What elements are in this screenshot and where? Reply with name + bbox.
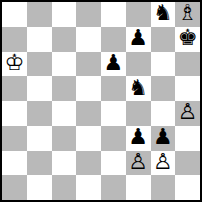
square-b7[interactable] xyxy=(27,27,52,52)
square-c6[interactable] xyxy=(52,52,77,77)
piece-black-pawn: ♟ xyxy=(153,126,173,148)
square-a1[interactable] xyxy=(2,175,27,200)
square-d3[interactable] xyxy=(76,126,101,151)
piece-black-pawn: ♟ xyxy=(128,27,148,49)
square-h7[interactable]: ♚ xyxy=(175,27,200,52)
square-e2[interactable] xyxy=(101,151,126,176)
square-e7[interactable] xyxy=(101,27,126,52)
square-g4[interactable] xyxy=(151,101,176,126)
square-b3[interactable] xyxy=(27,126,52,151)
square-b6[interactable] xyxy=(27,52,52,77)
square-b4[interactable] xyxy=(27,101,52,126)
square-c7[interactable] xyxy=(52,27,77,52)
square-h2[interactable] xyxy=(175,151,200,176)
square-b8[interactable] xyxy=(27,2,52,27)
square-b5[interactable] xyxy=(27,76,52,101)
piece-black-pawn: ♟ xyxy=(128,126,148,148)
square-c1[interactable] xyxy=(52,175,77,200)
piece-black-knight: ♞ xyxy=(153,2,173,24)
square-a6[interactable]: ♔ xyxy=(2,52,27,77)
square-b2[interactable] xyxy=(27,151,52,176)
square-f1[interactable] xyxy=(126,175,151,200)
square-h1[interactable] xyxy=(175,175,200,200)
square-f2[interactable]: ♙ xyxy=(126,151,151,176)
square-d4[interactable] xyxy=(76,101,101,126)
square-b1[interactable] xyxy=(27,175,52,200)
square-f7[interactable]: ♟ xyxy=(126,27,151,52)
piece-white-pawn: ♙ xyxy=(128,151,148,173)
square-e6[interactable]: ♟ xyxy=(101,52,126,77)
square-c2[interactable] xyxy=(52,151,77,176)
square-a7[interactable] xyxy=(2,27,27,52)
piece-white-pawn: ♙ xyxy=(178,101,198,123)
square-a8[interactable] xyxy=(2,2,27,27)
square-g1[interactable] xyxy=(151,175,176,200)
square-d8[interactable] xyxy=(76,2,101,27)
square-g5[interactable] xyxy=(151,76,176,101)
square-f8[interactable] xyxy=(126,2,151,27)
square-e5[interactable] xyxy=(101,76,126,101)
square-e8[interactable] xyxy=(101,2,126,27)
square-d6[interactable] xyxy=(76,52,101,77)
piece-black-king: ♚ xyxy=(178,27,198,49)
piece-black-pawn: ♟ xyxy=(104,52,124,74)
square-f5[interactable]: ♞ xyxy=(126,76,151,101)
square-c8[interactable] xyxy=(52,2,77,27)
square-c4[interactable] xyxy=(52,101,77,126)
square-e4[interactable] xyxy=(101,101,126,126)
square-a3[interactable] xyxy=(2,126,27,151)
square-g6[interactable] xyxy=(151,52,176,77)
piece-white-pawn: ♙ xyxy=(153,151,173,173)
piece-white-bishop: ♗ xyxy=(178,2,198,24)
square-f3[interactable]: ♟ xyxy=(126,126,151,151)
square-d7[interactable] xyxy=(76,27,101,52)
square-a5[interactable] xyxy=(2,76,27,101)
square-h4[interactable]: ♙ xyxy=(175,101,200,126)
square-g7[interactable] xyxy=(151,27,176,52)
square-h8[interactable]: ♗ xyxy=(175,2,200,27)
piece-black-knight: ♞ xyxy=(128,77,148,99)
square-e1[interactable] xyxy=(101,175,126,200)
square-f6[interactable] xyxy=(126,52,151,77)
square-h6[interactable] xyxy=(175,52,200,77)
square-g8[interactable]: ♞ xyxy=(151,2,176,27)
square-h5[interactable] xyxy=(175,76,200,101)
square-g2[interactable]: ♙ xyxy=(151,151,176,176)
square-c5[interactable] xyxy=(52,76,77,101)
square-a2[interactable] xyxy=(2,151,27,176)
square-g3[interactable]: ♟ xyxy=(151,126,176,151)
square-c3[interactable] xyxy=(52,126,77,151)
chess-board: ♞♗♟♚♔♟♞♙♟♟♙♙ xyxy=(0,0,202,202)
square-a4[interactable] xyxy=(2,101,27,126)
square-d2[interactable] xyxy=(76,151,101,176)
piece-white-king: ♔ xyxy=(5,52,25,74)
square-d5[interactable] xyxy=(76,76,101,101)
square-e3[interactable] xyxy=(101,126,126,151)
square-h3[interactable] xyxy=(175,126,200,151)
square-d1[interactable] xyxy=(76,175,101,200)
square-f4[interactable] xyxy=(126,101,151,126)
